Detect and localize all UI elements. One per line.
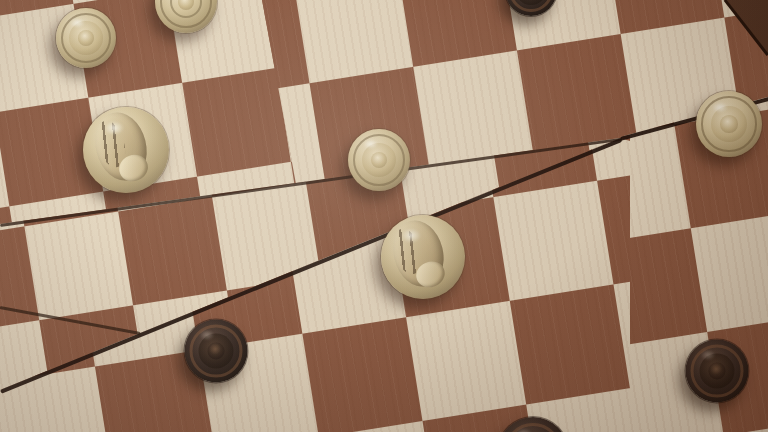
black-pawn-f6[interactable]: ♟: [505, 0, 557, 16]
chessboard-photo: ♙♗♟♘♙♙♘♟♟♟: [0, 0, 768, 432]
knight-spec: [401, 228, 421, 242]
white-knight-d4[interactable]: ♘: [381, 215, 465, 299]
white-knight-glyph: ♘: [381, 215, 382, 216]
pawn-knob: [78, 30, 94, 46]
white-pawn-d5[interactable]: ♙: [348, 129, 410, 191]
white-bishop-c6[interactable]: ♗: [155, 0, 217, 33]
black-pawn-g3[interactable]: ♟: [686, 340, 749, 403]
white-knight-b5[interactable]: ♘: [83, 107, 169, 193]
pawn-knob: [720, 115, 737, 132]
pawn-spec: [70, 18, 84, 28]
black-pawn-glyph: ♟: [498, 417, 499, 418]
white-pawn-b6[interactable]: ♙: [56, 8, 116, 68]
black-pawn-glyph: ♟: [686, 340, 687, 341]
white-pawn-glyph: ♙: [56, 8, 57, 9]
white-knight-glyph: ♘: [83, 107, 84, 108]
pawn-spec: [712, 102, 728, 113]
white-pawn-glyph: ♙: [696, 91, 697, 92]
pawn-spec: [515, 428, 532, 432]
pawn-knob: [709, 363, 725, 379]
pawn-knob: [208, 343, 224, 359]
pawn-spec: [701, 350, 716, 361]
white-pawn-glyph: ♙: [348, 129, 349, 130]
white-pawn-h5[interactable]: ♙: [696, 91, 762, 157]
pieces-layer: ♙♗♟♘♙♙♘♟♟♟: [0, 0, 768, 432]
black-pawn-f2[interactable]: ♟: [498, 417, 568, 432]
pawn-spec: [200, 330, 215, 341]
black-pawn-b3[interactable]: ♟: [185, 320, 248, 383]
pawn-knob: [371, 152, 387, 168]
black-pawn-glyph: ♟: [185, 320, 186, 321]
